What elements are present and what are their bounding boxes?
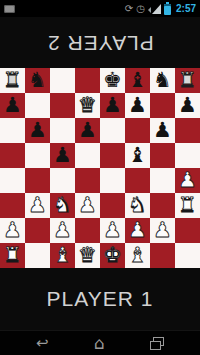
square-e8[interactable]: ♚ [100,68,125,93]
black-pawn[interactable]: ♟ [53,143,72,168]
black-pawn[interactable]: ♟ [78,118,97,143]
square-f6[interactable] [125,118,150,143]
square-e5[interactable] [100,143,125,168]
square-c1[interactable]: ♝ [50,243,75,268]
square-h2[interactable] [175,218,200,243]
white-bishop[interactable]: ♝ [128,243,147,268]
white-pawn[interactable]: ♟ [103,218,122,243]
square-a1[interactable]: ♜ [0,243,25,268]
square-d4[interactable] [75,168,100,193]
battery-icon [164,2,171,15]
black-pawn[interactable]: ♟ [103,93,122,118]
square-f8[interactable]: ♝ [125,68,150,93]
square-c3[interactable]: ♞ [50,193,75,218]
white-queen[interactable]: ♛ [78,243,97,268]
square-e6[interactable] [100,118,125,143]
square-d5[interactable] [75,143,100,168]
square-a3[interactable] [0,193,25,218]
square-f2[interactable]: ♟ [125,218,150,243]
recents-button[interactable] [150,337,164,350]
square-h8[interactable]: ♜ [175,68,200,93]
clock-time: 2:57 [176,3,196,14]
player2-label: PLAYER 2 [47,31,154,55]
player2-bar: PLAYER 2 [0,17,200,68]
square-h3[interactable]: ♜ [175,193,200,218]
sync-icon: ⟳ [125,0,133,17]
square-b5[interactable] [25,143,50,168]
square-e3[interactable] [100,193,125,218]
square-e1[interactable]: ♚ [100,243,125,268]
black-king[interactable]: ♚ [103,68,122,93]
square-h7[interactable]: ♟ [175,93,200,118]
black-bishop[interactable]: ♝ [128,143,147,168]
black-knight[interactable]: ♞ [153,68,172,93]
black-bishop[interactable]: ♝ [128,68,147,93]
black-pawn[interactable]: ♟ [28,118,47,143]
alarm-icon: ◷ [136,0,145,17]
white-rook[interactable]: ♜ [178,193,197,218]
square-b3[interactable]: ♟ [25,193,50,218]
square-d2[interactable] [75,218,100,243]
white-pawn[interactable]: ♟ [78,193,97,218]
square-f7[interactable]: ♟ [125,93,150,118]
battery-body [164,4,171,15]
square-e2[interactable]: ♟ [100,218,125,243]
signal-icon [148,3,161,15]
white-bishop[interactable]: ♝ [53,243,72,268]
white-king[interactable]: ♚ [103,243,122,268]
back-button[interactable]: ↩ [36,332,49,354]
square-c7[interactable] [50,93,75,118]
player1-label: PLAYER 1 [47,287,154,311]
black-pawn[interactable]: ♟ [178,93,197,118]
signal-triangle [152,4,161,14]
square-c8[interactable] [50,68,75,93]
square-h4[interactable]: ♟ [175,168,200,193]
square-d7[interactable]: ♛ [75,93,100,118]
square-f1[interactable]: ♝ [125,243,150,268]
square-d6[interactable]: ♟ [75,118,100,143]
square-b8[interactable]: ♞ [25,68,50,93]
white-pawn[interactable]: ♟ [128,218,147,243]
square-h1[interactable] [175,243,200,268]
square-f4[interactable] [125,168,150,193]
black-rook[interactable]: ♜ [3,68,22,93]
white-rook[interactable]: ♜ [3,243,22,268]
square-g3[interactable] [150,193,175,218]
square-d1[interactable]: ♛ [75,243,100,268]
white-knight[interactable]: ♞ [128,193,147,218]
black-pawn[interactable]: ♟ [128,93,147,118]
square-f5[interactable]: ♝ [125,143,150,168]
square-a7[interactable]: ♟ [0,93,25,118]
status-bar: ⟳ ◷ 2:57 [0,0,200,17]
square-e7[interactable]: ♟ [100,93,125,118]
black-pawn[interactable]: ♟ [153,118,172,143]
square-g1[interactable] [150,243,175,268]
square-f3[interactable]: ♞ [125,193,150,218]
square-a8[interactable]: ♜ [0,68,25,93]
square-a2[interactable]: ♟ [0,218,25,243]
square-b6[interactable]: ♟ [25,118,50,143]
square-g5[interactable] [150,143,175,168]
square-d8[interactable] [75,68,100,93]
square-g4[interactable] [150,168,175,193]
square-c6[interactable] [50,118,75,143]
square-a5[interactable] [0,143,25,168]
black-rook[interactable]: ♜ [178,68,197,93]
square-g2[interactable]: ♟ [150,218,175,243]
square-b4[interactable] [25,168,50,193]
black-queen[interactable]: ♛ [78,93,97,118]
square-g8[interactable]: ♞ [150,68,175,93]
square-a6[interactable] [0,118,25,143]
navigation-bar: ↩ ⌂ [0,330,200,355]
square-b1[interactable] [25,243,50,268]
white-pawn[interactable]: ♟ [178,168,197,193]
square-g7[interactable] [150,93,175,118]
square-b2[interactable] [25,218,50,243]
player1-bar: PLAYER 1 [0,268,200,330]
home-button[interactable]: ⌂ [94,332,105,354]
square-c5[interactable]: ♟ [50,143,75,168]
black-pawn[interactable]: ♟ [3,93,22,118]
recents-rect-front [150,341,161,350]
white-pawn[interactable]: ♟ [53,218,72,243]
phone-screen: ⟳ ◷ 2:57 PLAYER 2 ♜♞♚♝♞♜♟♛♟♟♟♟♟♟♟♝♟♟♞♟♞♜… [0,0,200,355]
square-d3[interactable]: ♟ [75,193,100,218]
square-h6[interactable] [175,118,200,143]
square-b7[interactable] [25,93,50,118]
notification-icon [4,5,15,13]
square-c4[interactable] [50,168,75,193]
square-h5[interactable] [175,143,200,168]
black-knight[interactable]: ♞ [28,68,47,93]
square-a4[interactable] [0,168,25,193]
square-e4[interactable] [100,168,125,193]
square-g6[interactable]: ♟ [150,118,175,143]
white-pawn[interactable]: ♟ [153,218,172,243]
square-c2[interactable]: ♟ [50,218,75,243]
white-pawn[interactable]: ♟ [3,218,22,243]
white-pawn[interactable]: ♟ [28,193,47,218]
white-knight[interactable]: ♞ [53,193,72,218]
chess-board: ♜♞♚♝♞♜♟♛♟♟♟♟♟♟♟♝♟♟♞♟♞♜♟♟♟♟♟♜♝♛♚♝ [0,68,200,268]
